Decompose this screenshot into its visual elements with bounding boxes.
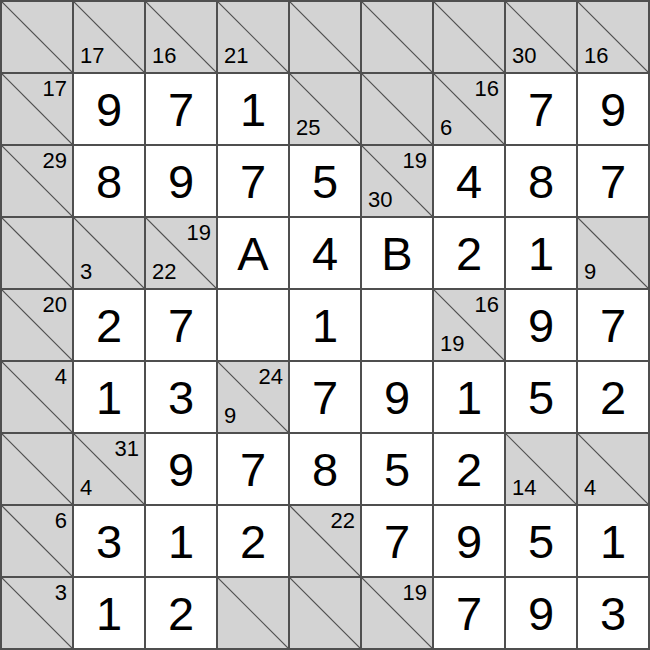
clue-cell-r1c0: 17 — [2, 74, 72, 144]
entry-cell-r6c4[interactable]: 8 — [290, 434, 360, 504]
entry-cell-r8c6[interactable]: 7 — [434, 578, 504, 648]
diagonal-line-icon — [434, 2, 504, 72]
cell-value: 7 — [434, 578, 504, 648]
cell-value: 2 — [578, 362, 648, 432]
clue-cell-r7c0: 6 — [2, 506, 72, 576]
cell-value: 9 — [506, 578, 576, 648]
clue-cell-r2c0: 29 — [2, 146, 72, 216]
diagonal-line-icon — [362, 2, 432, 72]
clue-cell-r3c8: 9 — [578, 218, 648, 288]
cell-value: 1 — [290, 290, 360, 360]
clue-cell-r6c7: 14 — [506, 434, 576, 504]
entry-cell-r4c8[interactable]: 7 — [578, 290, 648, 360]
entry-cell-r7c2[interactable]: 1 — [146, 506, 216, 576]
clue-cell-r3c2: 1922 — [146, 218, 216, 288]
entry-cell-r1c8[interactable]: 9 — [578, 74, 648, 144]
entry-cell-r4c2[interactable]: 7 — [146, 290, 216, 360]
down-clue: 30 — [368, 188, 392, 212]
across-clue: 19 — [403, 149, 427, 173]
across-clue: 16 — [475, 293, 499, 317]
cell-value: A — [218, 218, 288, 288]
across-clue: 20 — [43, 293, 67, 317]
diagonal-line-icon — [362, 74, 432, 144]
cell-value: 9 — [362, 362, 432, 432]
across-clue: 22 — [331, 509, 355, 533]
clue-cell-r5c3: 249 — [218, 362, 288, 432]
entry-cell-r6c6[interactable]: 2 — [434, 434, 504, 504]
across-clue: 31 — [115, 437, 139, 461]
cell-value — [218, 290, 288, 360]
cell-value: 3 — [146, 362, 216, 432]
entry-cell-r2c8[interactable]: 7 — [578, 146, 648, 216]
entry-cell-r8c8[interactable]: 3 — [578, 578, 648, 648]
entry-cell-r4c3[interactable] — [218, 290, 288, 360]
diagonal-line-icon — [2, 2, 72, 72]
entry-cell-r2c7[interactable]: 8 — [506, 146, 576, 216]
entry-cell-r4c4[interactable]: 1 — [290, 290, 360, 360]
entry-cell-r5c1[interactable]: 1 — [74, 362, 144, 432]
cell-value: 1 — [146, 506, 216, 576]
clue-cell-r8c5: 19 — [362, 578, 432, 648]
entry-cell-r5c6[interactable]: 1 — [434, 362, 504, 432]
cell-value: 2 — [74, 290, 144, 360]
block-cell-r1c5 — [362, 74, 432, 144]
entry-cell-r2c6[interactable]: 4 — [434, 146, 504, 216]
down-clue: 21 — [224, 44, 248, 68]
cell-value: 2 — [434, 218, 504, 288]
cell-value: 7 — [578, 146, 648, 216]
cell-value: 5 — [506, 362, 576, 432]
down-clue: 14 — [512, 476, 536, 500]
cell-value: 2 — [434, 434, 504, 504]
clue-cell-r7c4: 22 — [290, 506, 360, 576]
entry-cell-r5c5[interactable]: 9 — [362, 362, 432, 432]
clue-cell-r5c0: 4 — [2, 362, 72, 432]
entry-cell-r1c7[interactable]: 7 — [506, 74, 576, 144]
entry-cell-r7c3[interactable]: 2 — [218, 506, 288, 576]
cell-value: 7 — [506, 74, 576, 144]
entry-cell-r8c1[interactable]: 1 — [74, 578, 144, 648]
cell-value: 9 — [506, 290, 576, 360]
cell-value: 1 — [74, 578, 144, 648]
cell-value: 1 — [434, 362, 504, 432]
cell-value: 4 — [290, 218, 360, 288]
block-cell-r0c4 — [290, 2, 360, 72]
entry-cell-r1c3[interactable]: 1 — [218, 74, 288, 144]
cell-value: 1 — [506, 218, 576, 288]
across-clue: 19 — [187, 221, 211, 245]
entry-cell-r8c2[interactable]: 2 — [146, 578, 216, 648]
down-clue: 19 — [440, 332, 464, 356]
diagonal-line-icon — [290, 578, 360, 648]
cell-value: 9 — [434, 506, 504, 576]
block-cell-r0c0 — [2, 2, 72, 72]
entry-cell-r2c1[interactable]: 8 — [74, 146, 144, 216]
down-clue: 22 — [152, 260, 176, 284]
clue-cell-r0c8: 16 — [578, 2, 648, 72]
entry-cell-r2c3[interactable]: 7 — [218, 146, 288, 216]
cell-value: 1 — [74, 362, 144, 432]
across-clue: 17 — [43, 77, 67, 101]
across-clue: 19 — [403, 581, 427, 605]
diagonal-line-icon — [2, 218, 72, 288]
block-cell-r8c4 — [290, 578, 360, 648]
clue-cell-r1c6: 166 — [434, 74, 504, 144]
cell-value: 1 — [578, 506, 648, 576]
entry-cell-r3c5[interactable]: B — [362, 218, 432, 288]
block-cell-r6c0 — [2, 434, 72, 504]
entry-cell-r4c1[interactable]: 2 — [74, 290, 144, 360]
down-clue: 16 — [152, 44, 176, 68]
cell-value: 5 — [362, 434, 432, 504]
kakuro-board: 1716213016179712516679298975193048731922… — [0, 0, 650, 650]
cell-value: 1 — [218, 74, 288, 144]
cell-value: 9 — [578, 74, 648, 144]
cell-value: 9 — [74, 74, 144, 144]
down-clue: 25 — [296, 116, 320, 140]
cell-value: 8 — [290, 434, 360, 504]
entry-cell-r4c7[interactable]: 9 — [506, 290, 576, 360]
entry-cell-r6c5[interactable]: 5 — [362, 434, 432, 504]
down-clue: 4 — [80, 476, 92, 500]
cell-value: 8 — [74, 146, 144, 216]
down-clue: 4 — [584, 476, 596, 500]
entry-cell-r5c8[interactable]: 2 — [578, 362, 648, 432]
block-cell-r0c5 — [362, 2, 432, 72]
entry-cell-r1c2[interactable]: 7 — [146, 74, 216, 144]
cell-value: 9 — [146, 146, 216, 216]
across-clue: 16 — [475, 77, 499, 101]
clue-cell-r8c0: 3 — [2, 578, 72, 648]
entry-cell-r7c8[interactable]: 1 — [578, 506, 648, 576]
down-clue: 9 — [584, 260, 596, 284]
entry-cell-r3c6[interactable]: 2 — [434, 218, 504, 288]
cell-value: 2 — [218, 506, 288, 576]
clue-cell-r0c7: 30 — [506, 2, 576, 72]
across-clue: 29 — [43, 149, 67, 173]
clue-cell-r4c0: 20 — [2, 290, 72, 360]
across-clue: 4 — [55, 365, 67, 389]
block-cell-r3c0 — [2, 218, 72, 288]
cell-value: 4 — [434, 146, 504, 216]
across-clue: 24 — [259, 365, 283, 389]
entry-cell-r5c7[interactable]: 5 — [506, 362, 576, 432]
cell-value: 7 — [218, 434, 288, 504]
cell-value: 8 — [506, 146, 576, 216]
entry-cell-r4c5[interactable] — [362, 290, 432, 360]
cell-value — [362, 290, 432, 360]
cell-value: 7 — [578, 290, 648, 360]
cell-value: 5 — [506, 506, 576, 576]
clue-cell-r0c2: 16 — [146, 2, 216, 72]
down-clue: 3 — [80, 260, 92, 284]
cell-value: 9 — [146, 434, 216, 504]
entry-cell-r5c2[interactable]: 3 — [146, 362, 216, 432]
down-clue: 17 — [80, 44, 104, 68]
entry-cell-r8c7[interactable]: 9 — [506, 578, 576, 648]
clue-cell-r0c3: 21 — [218, 2, 288, 72]
entry-cell-r6c2[interactable]: 9 — [146, 434, 216, 504]
clue-cell-r6c1: 314 — [74, 434, 144, 504]
entry-cell-r7c1[interactable]: 3 — [74, 506, 144, 576]
down-clue: 30 — [512, 44, 536, 68]
across-clue: 3 — [55, 581, 67, 605]
entry-cell-r7c6[interactable]: 9 — [434, 506, 504, 576]
diagonal-line-icon — [290, 2, 360, 72]
entry-cell-r2c2[interactable]: 9 — [146, 146, 216, 216]
entry-cell-r7c7[interactable]: 5 — [506, 506, 576, 576]
diagonal-line-icon — [2, 434, 72, 504]
cell-value: 2 — [146, 578, 216, 648]
down-clue: 6 — [440, 116, 452, 140]
clue-cell-r6c8: 4 — [578, 434, 648, 504]
cell-value: 3 — [74, 506, 144, 576]
across-clue: 6 — [55, 509, 67, 533]
clue-cell-r3c1: 3 — [74, 218, 144, 288]
entry-cell-r5c4[interactable]: 7 — [290, 362, 360, 432]
cell-value: B — [362, 218, 432, 288]
cell-value: 7 — [362, 506, 432, 576]
entry-cell-r7c5[interactable]: 7 — [362, 506, 432, 576]
clue-cell-r2c5: 1930 — [362, 146, 432, 216]
down-clue: 9 — [224, 404, 236, 428]
clue-cell-r1c4: 25 — [290, 74, 360, 144]
cell-value: 5 — [290, 146, 360, 216]
cell-value: 7 — [290, 362, 360, 432]
cell-value: 7 — [146, 290, 216, 360]
entry-cell-r3c7[interactable]: 1 — [506, 218, 576, 288]
block-cell-r0c6 — [434, 2, 504, 72]
entry-cell-r2c4[interactable]: 5 — [290, 146, 360, 216]
cell-value: 7 — [218, 146, 288, 216]
entry-cell-r3c3[interactable]: A — [218, 218, 288, 288]
cell-value: 7 — [146, 74, 216, 144]
diagonal-line-icon — [218, 578, 288, 648]
clue-cell-r4c6: 1619 — [434, 290, 504, 360]
clue-cell-r0c1: 17 — [74, 2, 144, 72]
entry-cell-r1c1[interactable]: 9 — [74, 74, 144, 144]
entry-cell-r6c3[interactable]: 7 — [218, 434, 288, 504]
down-clue: 16 — [584, 44, 608, 68]
block-cell-r8c3 — [218, 578, 288, 648]
cell-value: 3 — [578, 578, 648, 648]
entry-cell-r3c4[interactable]: 4 — [290, 218, 360, 288]
